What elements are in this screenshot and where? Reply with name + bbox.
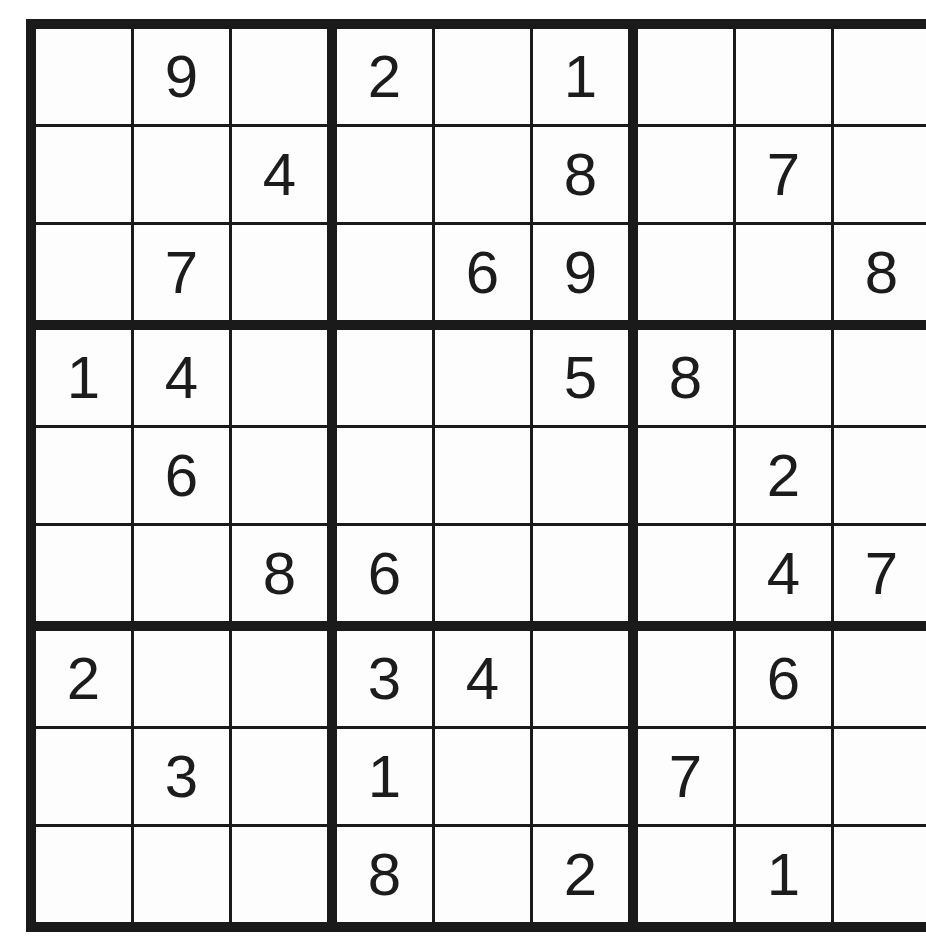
cell-r4c1[interactable]: 1 (36, 330, 134, 428)
given-digit: 8 (564, 145, 597, 205)
cell-r9c6[interactable]: 2 (533, 827, 638, 922)
cell-r2c9[interactable] (834, 127, 926, 225)
cell-r2c1[interactable] (36, 127, 134, 225)
cell-r6c1[interactable] (36, 526, 134, 631)
cell-r3c3[interactable] (232, 225, 337, 330)
given-digit: 6 (368, 544, 401, 604)
given-digit: 1 (368, 747, 401, 807)
cell-r8c9[interactable] (834, 729, 926, 827)
cell-r1c5[interactable] (435, 29, 533, 127)
cell-r3c1[interactable] (36, 225, 134, 330)
given-digit: 7 (669, 747, 702, 807)
board-row-1: 921 (36, 29, 926, 127)
board-row-7: 2346 (36, 631, 926, 729)
cell-r9c4[interactable]: 8 (337, 827, 435, 922)
cell-r1c8[interactable] (736, 29, 834, 127)
cell-r6c5[interactable] (435, 526, 533, 631)
sudoku-board: 921487769814586286472346317821 (26, 19, 926, 932)
given-digit: 8 (669, 348, 702, 408)
given-digit: 2 (67, 649, 100, 709)
given-digit: 2 (564, 845, 597, 905)
cell-r7c9[interactable] (834, 631, 926, 729)
given-digit: 7 (767, 145, 800, 205)
cell-r2c8[interactable]: 7 (736, 127, 834, 225)
board-row-9: 821 (36, 827, 926, 922)
given-digit: 1 (67, 348, 100, 408)
cell-r3c9[interactable]: 8 (834, 225, 926, 330)
board-row-5: 62 (36, 428, 926, 526)
cell-r7c6[interactable] (533, 631, 638, 729)
given-digit: 9 (165, 47, 198, 107)
cell-r5c1[interactable] (36, 428, 134, 526)
cell-r9c7[interactable] (638, 827, 736, 922)
cell-r4c8[interactable] (736, 330, 834, 428)
cell-r5c2[interactable]: 6 (134, 428, 232, 526)
given-digit: 4 (767, 544, 800, 604)
board-row-8: 317 (36, 729, 926, 827)
cell-r8c4[interactable]: 1 (337, 729, 435, 827)
given-digit: 3 (165, 747, 198, 807)
cell-r7c4[interactable]: 3 (337, 631, 435, 729)
cell-r5c6[interactable] (533, 428, 638, 526)
cell-r2c2[interactable] (134, 127, 232, 225)
cell-r1c3[interactable] (232, 29, 337, 127)
cell-r3c2[interactable]: 7 (134, 225, 232, 330)
cell-r9c5[interactable] (435, 827, 533, 922)
cell-r7c1[interactable]: 2 (36, 631, 134, 729)
cell-r8c6[interactable] (533, 729, 638, 827)
cell-r4c4[interactable] (337, 330, 435, 428)
cell-r6c8[interactable]: 4 (736, 526, 834, 631)
cell-r8c7[interactable]: 7 (638, 729, 736, 827)
cell-r5c5[interactable] (435, 428, 533, 526)
cell-r8c5[interactable] (435, 729, 533, 827)
cell-r4c7[interactable]: 8 (638, 330, 736, 428)
cell-r4c6[interactable]: 5 (533, 330, 638, 428)
cell-r4c2[interactable]: 4 (134, 330, 232, 428)
cell-r6c6[interactable] (533, 526, 638, 631)
cell-r4c3[interactable] (232, 330, 337, 428)
cell-r5c7[interactable] (638, 428, 736, 526)
cell-r5c9[interactable] (834, 428, 926, 526)
cell-r7c3[interactable] (232, 631, 337, 729)
cell-r1c9[interactable] (834, 29, 926, 127)
cell-r1c4[interactable]: 2 (337, 29, 435, 127)
cell-r9c3[interactable] (232, 827, 337, 922)
given-digit: 8 (263, 544, 296, 604)
cell-r3c5[interactable]: 6 (435, 225, 533, 330)
given-digit: 2 (368, 47, 401, 107)
cell-r2c3[interactable]: 4 (232, 127, 337, 225)
cell-r5c8[interactable]: 2 (736, 428, 834, 526)
given-digit: 4 (263, 145, 296, 205)
cell-r2c7[interactable] (638, 127, 736, 225)
given-digit: 9 (564, 243, 597, 303)
cell-r6c4[interactable]: 6 (337, 526, 435, 631)
given-digit: 6 (767, 649, 800, 709)
cell-r1c7[interactable] (638, 29, 736, 127)
board-row-4: 1458 (36, 330, 926, 428)
cell-r1c1[interactable] (36, 29, 134, 127)
given-digit: 1 (767, 845, 800, 905)
cell-r1c6[interactable]: 1 (533, 29, 638, 127)
cell-r2c5[interactable] (435, 127, 533, 225)
cell-r9c1[interactable] (36, 827, 134, 922)
given-digit: 8 (368, 845, 401, 905)
cell-r8c1[interactable] (36, 729, 134, 827)
board-row-3: 7698 (36, 225, 926, 330)
cell-r6c7[interactable] (638, 526, 736, 631)
cell-r2c4[interactable] (337, 127, 435, 225)
board-row-6: 8647 (36, 526, 926, 631)
given-digit: 4 (466, 649, 499, 709)
cell-r8c2[interactable]: 3 (134, 729, 232, 827)
given-digit: 4 (165, 348, 198, 408)
cell-r2c6[interactable]: 8 (533, 127, 638, 225)
cell-r3c4[interactable] (337, 225, 435, 330)
given-digit: 7 (865, 544, 898, 604)
cell-r1c2[interactable]: 9 (134, 29, 232, 127)
cell-r7c2[interactable] (134, 631, 232, 729)
given-digit: 3 (368, 649, 401, 709)
cell-r3c6[interactable]: 9 (533, 225, 638, 330)
given-digit: 6 (165, 446, 198, 506)
board-row-2: 487 (36, 127, 926, 225)
cell-r9c2[interactable] (134, 827, 232, 922)
cell-r5c4[interactable] (337, 428, 435, 526)
cell-r9c8[interactable]: 1 (736, 827, 834, 922)
cell-r3c7[interactable] (638, 225, 736, 330)
cell-r3c8[interactable] (736, 225, 834, 330)
given-digit: 8 (865, 243, 898, 303)
cell-r8c8[interactable] (736, 729, 834, 827)
given-digit: 7 (165, 243, 198, 303)
cell-r4c5[interactable] (435, 330, 533, 428)
cell-r6c2[interactable] (134, 526, 232, 631)
cell-r7c8[interactable]: 6 (736, 631, 834, 729)
cell-r8c3[interactable] (232, 729, 337, 827)
given-digit: 5 (564, 348, 597, 408)
given-digit: 6 (466, 243, 499, 303)
cell-r6c3[interactable]: 8 (232, 526, 337, 631)
cell-r6c9[interactable]: 7 (834, 526, 926, 631)
cell-r7c5[interactable]: 4 (435, 631, 533, 729)
cell-r4c9[interactable] (834, 330, 926, 428)
given-digit: 1 (564, 47, 597, 107)
cell-r5c3[interactable] (232, 428, 337, 526)
cell-r9c9[interactable] (834, 827, 926, 922)
given-digit: 2 (767, 446, 800, 506)
cell-r7c7[interactable] (638, 631, 736, 729)
